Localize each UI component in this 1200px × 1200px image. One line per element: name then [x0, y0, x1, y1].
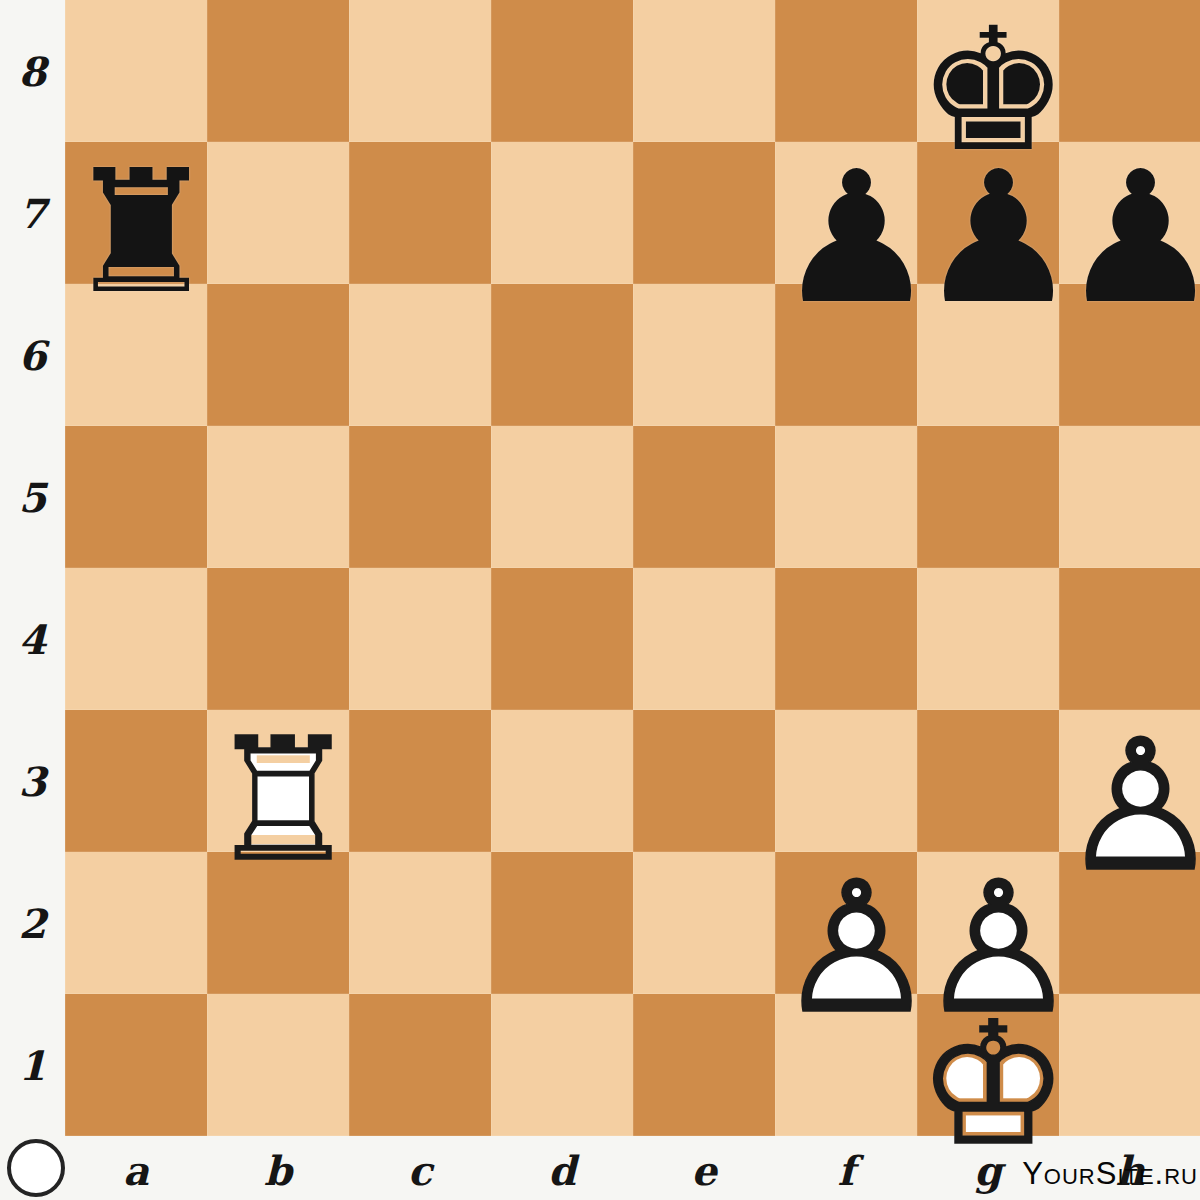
white-to-move-indicator-circle: [7, 1139, 65, 1197]
piece-black-king-g8: ♚: [917, 5, 1059, 147]
watermark: YourSite.ru: [1022, 1156, 1198, 1192]
file-label-a: a: [65, 1136, 207, 1200]
rank-label-2: 2: [0, 852, 65, 994]
rank-label-6: 6: [0, 284, 65, 426]
piece-white-rook-b3: ♜♖: [207, 715, 349, 857]
rank-label-5: 5: [0, 426, 65, 568]
piece-white-pawn-g2: ♟♙: [917, 857, 1059, 999]
rank-label-3: 3: [0, 710, 65, 852]
rank-label-1: 1: [0, 994, 65, 1136]
piece-black-pawn-g7: ♟: [917, 147, 1059, 289]
piece-outline: ♙: [775, 857, 938, 1039]
file-label-f: f: [775, 1136, 917, 1200]
piece-white-king-g1: ♚♔: [917, 999, 1059, 1141]
rank-label-7: 7: [0, 142, 65, 284]
file-label-d: d: [491, 1136, 633, 1200]
piece-white-pawn-h3: ♟♙: [1059, 715, 1200, 857]
piece-black-rook-a7: ♜: [65, 147, 207, 289]
chess-board: ♚♜♟♟♟♜♖♟♙♟♙♟♙♚♔: [65, 0, 1200, 1136]
piece-black-pawn-f7: ♟: [775, 147, 917, 289]
chess-diagram: ♚♜♟♟♟♜♖♟♙♟♙♟♙♚♔ 8 7 6 5 4 3 2 1 a b c d …: [0, 0, 1200, 1200]
file-label-b: b: [207, 1136, 349, 1200]
file-label-e: e: [633, 1136, 775, 1200]
piece-white-pawn-f2: ♟♙: [775, 857, 917, 999]
rank-label-8: 8: [0, 0, 65, 142]
rank-label-4: 4: [0, 568, 65, 710]
rank-labels: 8 7 6 5 4 3 2 1: [0, 0, 65, 1136]
piece-black-pawn-h7: ♟: [1059, 147, 1200, 289]
file-label-c: c: [349, 1136, 491, 1200]
piece-outline: ♖: [207, 715, 359, 885]
